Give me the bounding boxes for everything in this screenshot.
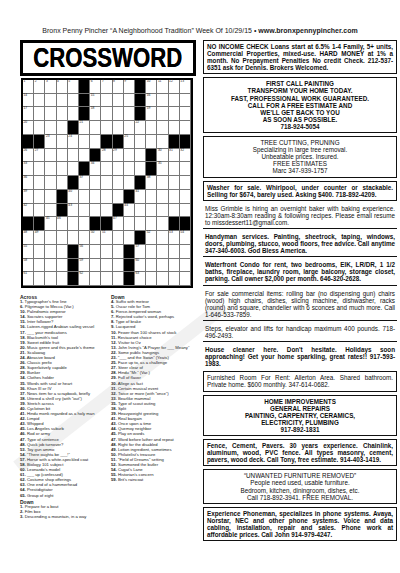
cell-number: 5 [68, 80, 70, 84]
cell-number: 9 [124, 80, 126, 84]
grid-cell[interactable] [124, 149, 135, 163]
cell-number: 38 [147, 176, 151, 180]
grid-cell[interactable] [90, 190, 101, 204]
grid-cell[interactable] [157, 272, 168, 286]
grid-cell[interactable] [157, 190, 168, 204]
ad-text-line: Unbeatable prices. Insured. [207, 153, 393, 160]
grid-cell[interactable] [101, 94, 112, 108]
ad-text-line: CALL FOR A FREE ESTIMATE AND [207, 102, 393, 109]
grid-cell[interactable] [34, 176, 45, 190]
down-clues-column: Down 4. Suffix with meteor5. Oscar role … [111, 293, 195, 521]
grid-cell[interactable] [101, 176, 112, 190]
grid-cell[interactable]: 36 [23, 176, 34, 190]
grid-cell[interactable] [157, 94, 168, 108]
grid-cell-black [90, 217, 101, 231]
grid-cell[interactable] [57, 272, 68, 286]
grid-cell[interactable] [57, 162, 68, 176]
grid-cell[interactable] [157, 231, 168, 245]
cell-number: 54 [180, 231, 184, 235]
grid-cell[interactable] [101, 190, 112, 204]
grid-cell[interactable] [57, 107, 68, 121]
cell-number: 25 [124, 135, 128, 139]
grid-cell[interactable] [157, 135, 168, 149]
grid-cell[interactable] [180, 190, 191, 204]
grid-cell[interactable] [34, 121, 45, 135]
grid-cell-black [34, 217, 45, 231]
cell-number: 10 [147, 80, 151, 84]
grid-cell[interactable]: 26 [23, 149, 34, 163]
grid-cell[interactable] [45, 94, 56, 108]
ad-text-line: TRANSFORM YOUR HOME TODAY. [207, 87, 393, 94]
grid-cell[interactable]: 23 [45, 135, 56, 149]
cell-number: 58 [24, 259, 28, 263]
grid-cell[interactable]: 46 [57, 217, 68, 231]
grid-cell[interactable] [34, 162, 45, 176]
ad-text-line: AS SOON AS POSSIBLE. [207, 116, 393, 123]
grid-cell[interactable]: 33 [23, 162, 34, 176]
grid-cell[interactable] [180, 162, 191, 176]
grid-cell[interactable] [113, 162, 124, 176]
grid-cell-black [146, 162, 157, 176]
grid-cell[interactable] [34, 190, 45, 204]
cell-number: 59 [79, 259, 83, 263]
grid-cell[interactable]: 55 [23, 245, 34, 259]
classified-ad-8: For sale commercial items: rolling bar (… [203, 289, 397, 321]
grid-cell[interactable] [124, 231, 135, 245]
ad-text-line: FAST, PROFESSIONAL WORK GUARANTEED. [207, 95, 393, 102]
cell-number: 20 [24, 121, 28, 125]
grid-cell[interactable] [57, 176, 68, 190]
grid-cell[interactable]: 20 [23, 121, 34, 135]
cell-number: 2 [35, 80, 37, 84]
cell-number: 7 [102, 80, 104, 84]
grid-cell[interactable]: 22 [135, 121, 146, 135]
ad-text-line: Steps, elevator and lifts for handicap m… [205, 325, 395, 339]
grid-cell[interactable] [180, 204, 191, 218]
ad-text-line: NO INCOME CHECK Loans start at 6.5% 1-4 … [207, 43, 393, 71]
grid-cell[interactable]: 1 [23, 80, 34, 94]
cell-number: 17 [24, 107, 28, 111]
grid-cell[interactable] [180, 176, 191, 190]
ad-text-line: TREE CUTTING, PRUNING [207, 139, 393, 146]
grid-cell-black [68, 176, 79, 190]
grid-cell[interactable]: 61 [23, 272, 34, 286]
grid-cell[interactable]: 27 [34, 149, 45, 163]
grid-cell-black [23, 135, 34, 149]
ad-text-line: 917-892-1831 [207, 426, 393, 433]
classified-ad-1: NO INCOME CHECK Loans start at 6.5% 1-4 … [203, 40, 397, 74]
ad-text-line: WE'LL GET BACK TO YOU [207, 109, 393, 116]
ad-text-line: Bedroom, kitchen, diningroom, dishes, et… [207, 487, 393, 494]
grid-cell[interactable] [45, 259, 56, 273]
grid-cell[interactable]: 34 [90, 162, 101, 176]
grid-cell[interactable] [169, 94, 180, 108]
grid-cell[interactable]: 19 [146, 107, 157, 121]
cell-number: 48 [24, 231, 28, 235]
grid-cell[interactable] [113, 245, 124, 259]
grid-cell[interactable]: 54 [180, 231, 191, 245]
ad-text-line: PAINTING, CARPENTRY, CERAMICS, [207, 412, 393, 419]
grid-cell[interactable]: 30 [157, 149, 168, 163]
grid-cell[interactable]: 35 [157, 162, 168, 176]
cell-number: 61 [24, 272, 28, 276]
cell-number: 30 [158, 149, 162, 153]
grid-cell[interactable] [113, 190, 124, 204]
cell-number: 29 [113, 149, 117, 153]
grid-cell[interactable]: 62 [79, 272, 90, 286]
grid-cell[interactable]: 9 [124, 80, 135, 94]
grid-cell[interactable] [157, 204, 168, 218]
classified-ad-15: Experience Phoneman, specializes in phon… [203, 507, 397, 541]
ad-text-line: Fence, Cement, Pavers. 30 years experien… [207, 442, 393, 463]
ad-text-line: FREE ESTIMATES [207, 160, 393, 167]
cell-number: 22 [135, 121, 139, 125]
ad-text-line: FIRST CALL PAINTING [207, 80, 393, 87]
grid-cell[interactable] [101, 204, 112, 218]
grid-cell[interactable] [68, 162, 79, 176]
grid-cell[interactable]: 44 [124, 204, 135, 218]
grid-cell[interactable] [113, 231, 124, 245]
grid-cell[interactable] [169, 162, 180, 176]
clue-item: 3. Descending a mountain, in a way [20, 515, 104, 520]
header-text: Bronx Penny Pincher “A Neighborhood Trad… [42, 27, 252, 34]
grid-cell[interactable] [157, 259, 168, 273]
grid-cell-black [57, 204, 68, 218]
grid-cell[interactable]: 24 [68, 135, 79, 149]
grid-cell[interactable] [45, 245, 56, 259]
grid-cell[interactable] [124, 217, 135, 231]
page-header: Bronx Penny Pincher “A Neighborhood Trad… [0, 27, 400, 34]
ad-text-line: House cleaner here. Don't hesitate. Holi… [205, 346, 395, 367]
grid-cell[interactable]: 53 [169, 231, 180, 245]
classified-ad-10: House cleaner here. Don't hesitate. Holi… [203, 345, 397, 368]
grid-cell[interactable] [124, 94, 135, 108]
grid-cell[interactable] [146, 121, 157, 135]
grid-cell-black [79, 80, 90, 94]
cell-number: 40 [68, 190, 72, 194]
grid-cell[interactable] [113, 121, 124, 135]
grid-cell[interactable] [169, 176, 180, 190]
cell-number: 42 [24, 204, 28, 208]
grid-cell[interactable] [169, 259, 180, 273]
grid-cell[interactable]: 51 [101, 231, 112, 245]
grid-cell[interactable] [57, 135, 68, 149]
classified-ad-4: Washer for sale. Whirlpool, under counte… [203, 181, 397, 201]
grid-cell[interactable] [124, 176, 135, 190]
grid-cell[interactable] [180, 259, 191, 273]
grid-cell[interactable] [101, 107, 112, 121]
grid-cell[interactable] [90, 272, 101, 286]
grid-cell[interactable] [157, 217, 168, 231]
grid-cell[interactable]: 3 [45, 80, 56, 94]
grid-cell[interactable] [169, 121, 180, 135]
grid-cell-black [146, 149, 157, 163]
grid-cell[interactable]: 45 [45, 217, 56, 231]
grid-cell[interactable]: 17 [23, 107, 34, 121]
cell-number: 46 [57, 217, 61, 221]
cell-number: 51 [102, 231, 106, 235]
grid-cell[interactable] [157, 121, 168, 135]
ad-text-line: “UNWANTED FURNITURE REMOVED” [207, 472, 393, 479]
grid-cell[interactable] [169, 245, 180, 259]
grid-cell[interactable] [157, 245, 168, 259]
grid-cell[interactable] [57, 231, 68, 245]
grid-cell-black [124, 190, 135, 204]
cell-number: 26 [24, 149, 28, 153]
cell-number: 39 [24, 190, 28, 194]
grid-cell[interactable]: 18 [90, 107, 101, 121]
ad-text-line: Waterfront Condo for rent, two bedrooms,… [205, 261, 395, 282]
grid-cell[interactable] [180, 107, 191, 121]
cell-number: 43 [68, 204, 72, 208]
grid-cell-black [180, 135, 191, 149]
ad-text-line: Marc 347-939-1757 [207, 167, 393, 174]
grid-cell[interactable]: 16 [146, 94, 157, 108]
ad-text-line: Washer for sale. Whirlpool, under counte… [207, 184, 393, 198]
grid-cell[interactable]: 38 [146, 176, 157, 190]
classified-ad-5: Miss Grimble is hiring an overnight bake… [203, 204, 397, 229]
grid-cell[interactable] [68, 107, 79, 121]
ad-text-line: Specializing in large tree removal. [207, 146, 393, 153]
grid-cell[interactable]: 11 [157, 80, 168, 94]
grid-cell[interactable] [45, 121, 56, 135]
grid-cell[interactable]: 43 [68, 204, 79, 218]
cell-number: 8 [113, 80, 115, 84]
cell-number: 49 [35, 231, 39, 235]
cell-number: 45 [46, 217, 50, 221]
grid-cell[interactable] [45, 107, 56, 121]
header-url: www.bronxpennypincher.com [258, 27, 357, 34]
grid-cell-black [135, 94, 146, 108]
grid-cell[interactable] [45, 162, 56, 176]
grid-cell[interactable] [90, 259, 101, 273]
grid-cell[interactable] [157, 176, 168, 190]
grid-cell[interactable] [180, 121, 191, 135]
grid-cell[interactable]: 5 [68, 80, 79, 94]
grid-cell[interactable] [57, 259, 68, 273]
grid-cell[interactable] [169, 190, 180, 204]
grid-cell[interactable] [57, 245, 68, 259]
grid-cell[interactable] [45, 190, 56, 204]
grid-cell-black [79, 94, 90, 108]
grid-cell[interactable] [113, 107, 124, 121]
grid-cell[interactable]: 47 [113, 217, 124, 231]
grid-cell[interactable] [79, 190, 90, 204]
header-bullet: • [254, 27, 256, 34]
grid-cell[interactable]: 6 [90, 80, 101, 94]
grid-cell[interactable]: 63 [135, 272, 146, 286]
cell-number: 11 [158, 80, 161, 84]
grid-cell[interactable] [135, 204, 146, 218]
cell-number: 31 [169, 149, 173, 153]
grid-cell[interactable]: 40 [68, 190, 79, 204]
grid-cell[interactable] [146, 259, 157, 273]
grid-cell[interactable] [101, 121, 112, 135]
cell-number: 4 [57, 80, 59, 84]
grid-cell[interactable]: 59 [79, 259, 90, 273]
grid-cell[interactable] [124, 121, 135, 135]
cell-number: 33 [24, 162, 28, 166]
grid-cell[interactable]: 29 [113, 149, 124, 163]
grid-cell[interactable]: 57 [135, 245, 146, 259]
grid-cell[interactable] [45, 204, 56, 218]
grid-cell[interactable]: 25 [124, 135, 135, 149]
cell-number: 52 [147, 231, 151, 235]
cell-number: 53 [169, 231, 173, 235]
grid-cell[interactable]: 32 [180, 149, 191, 163]
grid-cell[interactable] [113, 272, 124, 286]
grid-cell[interactable] [79, 204, 90, 218]
grid-cell[interactable]: 2 [34, 80, 45, 94]
grid-cell-black [79, 107, 90, 121]
cell-number: 15 [91, 94, 95, 98]
cell-number: 19 [147, 107, 151, 111]
cell-number: 37 [79, 176, 83, 180]
grid-cell[interactable] [146, 204, 157, 218]
grid-cell[interactable] [90, 204, 101, 218]
classified-ad-12: HOME IMPROVEMENTSGENERAL REPAIRSPAINTING… [203, 395, 397, 436]
grid-cell[interactable] [101, 259, 112, 273]
grid-cell[interactable] [68, 217, 79, 231]
grid-cell[interactable]: 42 [23, 204, 34, 218]
grid-cell[interactable] [101, 162, 112, 176]
grid-cell[interactable] [68, 149, 79, 163]
grid-cell[interactable]: 56 [79, 245, 90, 259]
ad-text-line: Handyman services. Painting, sheetrock, … [205, 233, 395, 254]
grid-cell[interactable]: 10 [146, 80, 157, 94]
grid-cell[interactable]: 31 [169, 149, 180, 163]
grid-cell[interactable] [34, 259, 45, 273]
grid-cell[interactable] [169, 272, 180, 286]
grid-cell[interactable]: 60 [135, 259, 146, 273]
grid-cell[interactable] [101, 272, 112, 286]
grid-cell[interactable]: 41 [135, 190, 146, 204]
grid-cell-black [101, 135, 112, 149]
grid-cell[interactable] [57, 121, 68, 135]
grid-cell[interactable] [146, 190, 157, 204]
grid-cell[interactable] [180, 94, 191, 108]
grid-cell[interactable] [79, 135, 90, 149]
cell-number: 35 [158, 162, 162, 166]
cell-number: 28 [102, 149, 106, 153]
grid-cell[interactable] [68, 94, 79, 108]
cell-number: 47 [113, 217, 117, 221]
ad-text-line: Experience Phoneman, specializes in phon… [207, 510, 393, 538]
grid-cell[interactable] [169, 204, 180, 218]
grid-cell[interactable]: 58 [23, 259, 34, 273]
grid-cell[interactable] [135, 149, 146, 163]
cell-number: 63 [135, 272, 139, 276]
cell-number: 24 [68, 135, 72, 139]
grid-cell[interactable]: 48 [23, 231, 34, 245]
cell-number: 60 [135, 259, 139, 263]
grid-cell[interactable] [146, 135, 157, 149]
grid-cell[interactable]: 37 [79, 176, 90, 190]
grid-cell[interactable] [146, 217, 157, 231]
grid-cell[interactable]: 49 [34, 231, 45, 245]
cell-number: 62 [79, 272, 83, 276]
grid-cell-black [135, 80, 146, 94]
grid-cell[interactable] [113, 176, 124, 190]
grid-cell[interactable]: 13 [180, 80, 191, 94]
cell-number: 18 [91, 107, 95, 111]
grid-cell[interactable] [157, 107, 168, 121]
clue-item: 59. Brit's raincoat [111, 478, 195, 483]
grid-cell[interactable] [45, 149, 56, 163]
crossword-logo: CROSSWORD [20, 40, 196, 76]
grid-cell[interactable] [45, 272, 56, 286]
grid-cell[interactable]: 15 [90, 94, 101, 108]
cell-number: 12 [169, 80, 173, 84]
crossword-title: CROSSWORD [34, 43, 183, 74]
grid-cell[interactable] [57, 94, 68, 108]
grid-cell[interactable] [113, 94, 124, 108]
grid-cell[interactable] [90, 121, 101, 135]
grid-cell[interactable]: 14 [23, 94, 34, 108]
grid-cell-black [57, 190, 68, 204]
grid-cell[interactable] [169, 107, 180, 121]
grid-cell[interactable]: 4 [57, 80, 68, 94]
grid-cell[interactable] [34, 107, 45, 121]
grid-cell[interactable] [135, 217, 146, 231]
grid-cell[interactable] [135, 162, 146, 176]
grid-cell[interactable] [180, 272, 191, 286]
grid-cell[interactable] [90, 245, 101, 259]
grid-cell[interactable] [146, 245, 157, 259]
grid-cell-black [68, 245, 79, 259]
grid-cell[interactable] [113, 259, 124, 273]
grid-cell-black [68, 259, 79, 273]
grid-cell[interactable]: 39 [23, 190, 34, 204]
grid-cell[interactable] [146, 272, 157, 286]
grid-cell[interactable] [135, 135, 146, 149]
grid-cell[interactable] [90, 176, 101, 190]
grid-cell[interactable] [101, 245, 112, 259]
newspaper-page: Bronx Penny Pincher “A Neighborhood Trad… [0, 0, 400, 573]
grid-cell-black [135, 231, 146, 245]
grid-cell[interactable] [34, 272, 45, 286]
cell-number: 13 [180, 80, 184, 84]
grid-cell[interactable] [57, 149, 68, 163]
cell-number: 55 [24, 245, 28, 249]
grid-cell[interactable]: 28 [101, 149, 112, 163]
grid-cell[interactable]: 52 [146, 231, 157, 245]
grid-cell[interactable] [180, 245, 191, 259]
grid-cell[interactable] [79, 231, 90, 245]
grid-cell[interactable] [79, 149, 90, 163]
grid-cell[interactable] [124, 162, 135, 176]
grid-cell[interactable] [68, 231, 79, 245]
grid-cell-black [124, 272, 135, 286]
crossword-grid[interactable]: 1234567891011121314151617181920212223242… [21, 78, 193, 288]
grid-cell[interactable] [45, 231, 56, 245]
grid-cell[interactable] [34, 204, 45, 218]
grid-cell[interactable] [45, 176, 56, 190]
grid-cell[interactable]: 8 [113, 80, 124, 94]
grid-cell[interactable]: 50 [90, 231, 101, 245]
grid-cell[interactable]: 12 [169, 80, 180, 94]
grid-cell[interactable]: 7 [101, 80, 112, 94]
cell-number: 56 [79, 245, 83, 249]
grid-cell[interactable]: 21 [79, 121, 90, 135]
grid-cell[interactable] [34, 94, 45, 108]
classified-ad-2: FIRST CALL PAINTINGTRANSFORM YOUR HOME T… [203, 77, 397, 133]
classified-ad-3: TREE CUTTING, PRUNINGSpecializing in lar… [203, 136, 397, 177]
grid-cell[interactable] [90, 135, 101, 149]
grid-cell[interactable] [79, 217, 90, 231]
grid-cell[interactable] [124, 107, 135, 121]
grid-cell[interactable] [34, 245, 45, 259]
